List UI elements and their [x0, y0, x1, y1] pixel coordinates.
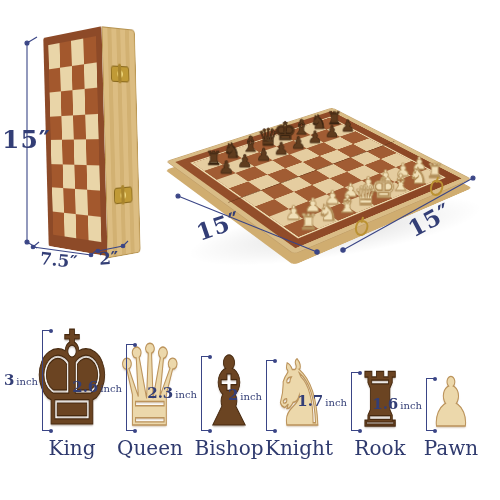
black-pawn: ♟	[273, 141, 288, 158]
black-pawn: ♟	[218, 159, 233, 176]
measure-bracket-dot	[49, 429, 53, 433]
measure-bracket-dot	[358, 371, 362, 375]
black-pawn: ♟	[308, 129, 322, 145]
measure-bracket-dot	[433, 377, 437, 381]
measure-bracket-dot	[133, 343, 137, 347]
white-rook: ♜	[299, 211, 318, 232]
measure-bracket-dot	[208, 429, 212, 433]
black-pawn: ♟	[340, 118, 354, 134]
folded-height-label: 15″	[2, 125, 51, 154]
measure-bracket-line	[266, 360, 267, 430]
chess-set-product-image: ♜♞♝♛♚♝♞♜♟♟♟♟♟♟♟♟♟♟♟♟♟♟♟♟♜♞♝♛♚♝♞♜	[0, 0, 500, 500]
piece-size-label: 3inch	[0, 370, 38, 389]
measure-bracket-line	[126, 344, 127, 430]
black-pawn: ♟	[291, 135, 306, 151]
piece-size-label: 2inch	[200, 385, 262, 404]
piece-size-label: 1.7inch	[285, 391, 347, 410]
measure-bracket-line	[426, 378, 427, 430]
measure-bracket-dot	[49, 329, 53, 333]
piece-size-label: 2.3inch	[135, 383, 197, 402]
measure-bracket-line	[351, 372, 352, 430]
white-knight: ♞	[408, 166, 428, 188]
white-rook: ♜	[426, 161, 443, 180]
measure-bracket-dot	[133, 429, 137, 433]
measure-bracket-dot	[358, 429, 362, 433]
black-pawn: ♟	[237, 153, 252, 170]
measure-bracket-dot	[273, 359, 277, 363]
white-knight: ♞	[318, 201, 339, 224]
folded-width-label: 7.5″	[39, 248, 78, 272]
piece-size-label: 1.6inch	[360, 394, 422, 413]
size-chart-piece-pawn: ♟	[429, 377, 473, 428]
white-bishop: ♝	[336, 193, 358, 217]
black-pawn: ♟	[256, 147, 271, 164]
piece-name-label: Pawn	[403, 436, 499, 460]
measure-bracket-line	[42, 330, 43, 430]
measure-bracket-dot	[208, 355, 212, 359]
folded-depth-label: 2″	[98, 247, 119, 268]
black-pawn: ♟	[324, 124, 338, 140]
measure-bracket-dot	[273, 429, 277, 433]
piece-size-label: 2.6inch	[60, 377, 122, 396]
measure-bracket-dot	[433, 429, 437, 433]
